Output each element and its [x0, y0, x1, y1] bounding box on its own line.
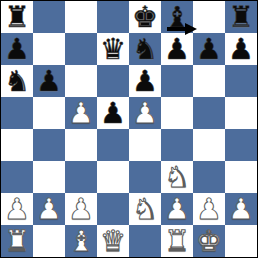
square-b8[interactable]: [33, 1, 65, 33]
square-g1[interactable]: ♚: [193, 225, 225, 257]
square-e8[interactable]: ♚: [129, 1, 161, 33]
square-a6[interactable]: ♞: [1, 65, 33, 97]
white-rook[interactable]: ♜: [4, 225, 30, 257]
square-e2[interactable]: ♞: [129, 193, 161, 225]
square-h7[interactable]: ♟: [225, 33, 257, 65]
square-h6[interactable]: [225, 65, 257, 97]
square-f1[interactable]: ♜: [161, 225, 193, 257]
square-e3[interactable]: [129, 161, 161, 193]
chess-board: ♜♚♝♜♟♛♞♟♟♟♞♟♟♟♟♟♞♟♟♟♞♟♟♟♜♝♛♜♚: [0, 0, 258, 258]
white-queen[interactable]: ♛: [100, 225, 126, 257]
white-pawn[interactable]: ♟: [164, 193, 190, 225]
square-f8[interactable]: ♝: [161, 1, 193, 33]
black-pawn[interactable]: ♟: [132, 65, 158, 97]
white-pawn[interactable]: ♟: [228, 193, 254, 225]
black-pawn[interactable]: ♟: [100, 97, 126, 129]
black-rook[interactable]: ♜: [228, 1, 254, 33]
black-pawn[interactable]: ♟: [228, 33, 254, 65]
square-e4[interactable]: [129, 129, 161, 161]
square-h8[interactable]: ♜: [225, 1, 257, 33]
square-d7[interactable]: ♛: [97, 33, 129, 65]
white-pawn[interactable]: ♟: [68, 97, 94, 129]
square-e1[interactable]: [129, 225, 161, 257]
black-pawn[interactable]: ♟: [4, 33, 30, 65]
white-pawn[interactable]: ♟: [36, 193, 62, 225]
square-g5[interactable]: [193, 97, 225, 129]
square-h4[interactable]: [225, 129, 257, 161]
square-f7[interactable]: ♟: [161, 33, 193, 65]
square-e6[interactable]: ♟: [129, 65, 161, 97]
square-g2[interactable]: ♟: [193, 193, 225, 225]
square-e7[interactable]: ♞: [129, 33, 161, 65]
black-queen[interactable]: ♛: [100, 33, 126, 65]
square-f2[interactable]: ♟: [161, 193, 193, 225]
square-g7[interactable]: ♟: [193, 33, 225, 65]
white-knight[interactable]: ♞: [164, 161, 190, 193]
square-a8[interactable]: ♜: [1, 1, 33, 33]
square-b1[interactable]: [33, 225, 65, 257]
square-c1[interactable]: ♝: [65, 225, 97, 257]
square-h5[interactable]: [225, 97, 257, 129]
square-g4[interactable]: [193, 129, 225, 161]
square-h1[interactable]: [225, 225, 257, 257]
black-knight[interactable]: ♞: [4, 65, 30, 97]
white-pawn[interactable]: ♟: [132, 97, 158, 129]
square-d4[interactable]: [97, 129, 129, 161]
square-b2[interactable]: ♟: [33, 193, 65, 225]
white-rook[interactable]: ♜: [164, 225, 190, 257]
square-a3[interactable]: [1, 161, 33, 193]
white-knight[interactable]: ♞: [132, 193, 158, 225]
square-g6[interactable]: [193, 65, 225, 97]
square-c3[interactable]: [65, 161, 97, 193]
square-d3[interactable]: [97, 161, 129, 193]
square-c6[interactable]: [65, 65, 97, 97]
square-b3[interactable]: [33, 161, 65, 193]
square-c8[interactable]: [65, 1, 97, 33]
square-f3[interactable]: ♞: [161, 161, 193, 193]
square-a1[interactable]: ♜: [1, 225, 33, 257]
black-bishop[interactable]: ♝: [164, 1, 190, 33]
square-g8[interactable]: [193, 1, 225, 33]
square-f6[interactable]: [161, 65, 193, 97]
square-b4[interactable]: [33, 129, 65, 161]
square-b7[interactable]: [33, 33, 65, 65]
square-c7[interactable]: [65, 33, 97, 65]
square-b6[interactable]: ♟: [33, 65, 65, 97]
square-d8[interactable]: [97, 1, 129, 33]
square-c4[interactable]: [65, 129, 97, 161]
square-f4[interactable]: [161, 129, 193, 161]
square-d1[interactable]: ♛: [97, 225, 129, 257]
square-c5[interactable]: ♟: [65, 97, 97, 129]
black-king[interactable]: ♚: [132, 1, 158, 33]
white-pawn[interactable]: ♟: [196, 193, 222, 225]
square-b5[interactable]: [33, 97, 65, 129]
square-g3[interactable]: [193, 161, 225, 193]
square-d2[interactable]: [97, 193, 129, 225]
black-pawn[interactable]: ♟: [36, 65, 62, 97]
black-rook[interactable]: ♜: [4, 1, 30, 33]
square-h2[interactable]: ♟: [225, 193, 257, 225]
black-pawn[interactable]: ♟: [196, 33, 222, 65]
square-a2[interactable]: ♟: [1, 193, 33, 225]
square-e5[interactable]: ♟: [129, 97, 161, 129]
square-c2[interactable]: ♟: [65, 193, 97, 225]
square-h3[interactable]: [225, 161, 257, 193]
square-f5[interactable]: [161, 97, 193, 129]
white-king[interactable]: ♚: [196, 225, 222, 257]
square-a4[interactable]: [1, 129, 33, 161]
white-pawn[interactable]: ♟: [68, 193, 94, 225]
black-pawn[interactable]: ♟: [164, 33, 190, 65]
white-bishop[interactable]: ♝: [68, 225, 94, 257]
black-knight[interactable]: ♞: [132, 33, 158, 65]
square-d5[interactable]: ♟: [97, 97, 129, 129]
white-pawn[interactable]: ♟: [4, 193, 30, 225]
square-a5[interactable]: [1, 97, 33, 129]
square-a7[interactable]: ♟: [1, 33, 33, 65]
square-d6[interactable]: [97, 65, 129, 97]
